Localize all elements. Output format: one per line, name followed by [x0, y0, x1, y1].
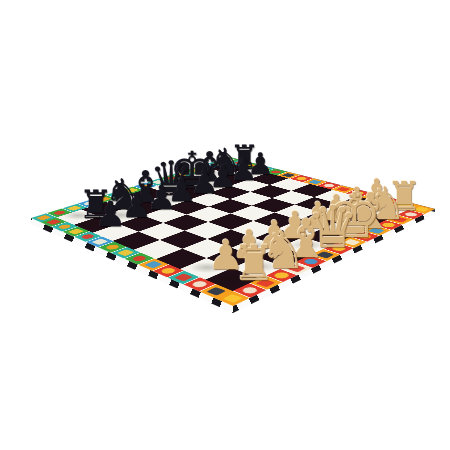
pieces-layer: ♜♟♞♟♝♟♚♟♛♟♝♟♟♞♜♟♟♜♞♟♟♝♟♚♟♛♟♝♟♞♟♜: [0, 0, 450, 450]
chess-set-photo: ♜♟♞♟♝♟♚♟♛♟♝♟♟♞♜♟♟♜♞♟♟♝♟♚♟♛♟♝♟♞♟♜: [0, 0, 450, 450]
